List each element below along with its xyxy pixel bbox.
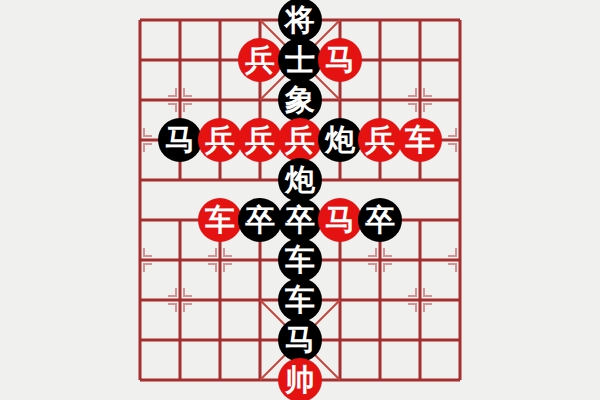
- piece-red-e4[interactable]: 兵: [278, 118, 322, 162]
- black-horse-glyph: 马: [165, 118, 195, 162]
- black-elephant-glyph: 象: [285, 78, 315, 122]
- xiangqi-board: 将兵士马象马兵兵兵炮兵车炮车卒卒马卒车车马帅: [0, 0, 600, 400]
- piece-black-e9[interactable]: 马: [278, 318, 322, 362]
- black-soldier-glyph: 卒: [245, 198, 275, 242]
- piece-red-g4[interactable]: 兵: [358, 118, 402, 162]
- red-soldier-glyph: 兵: [245, 38, 275, 82]
- red-soldier-glyph: 兵: [205, 118, 235, 162]
- black-cannon-glyph: 炮: [325, 118, 355, 162]
- piece-black-e8[interactable]: 车: [278, 278, 322, 322]
- piece-black-e1[interactable]: 将: [278, 0, 322, 42]
- black-advisor-glyph: 士: [285, 38, 315, 82]
- piece-black-e6[interactable]: 卒: [278, 198, 322, 242]
- piece-black-e2[interactable]: 士: [278, 38, 322, 82]
- piece-red-c6[interactable]: 车: [198, 198, 242, 242]
- red-horse-glyph: 马: [325, 198, 355, 242]
- red-horse-glyph: 马: [325, 38, 355, 82]
- piece-red-d2[interactable]: 兵: [238, 38, 282, 82]
- red-general-glyph: 帅: [285, 358, 315, 400]
- black-chariot-glyph: 车: [285, 278, 315, 322]
- red-chariot-glyph: 车: [205, 198, 235, 242]
- piece-red-e10[interactable]: 帅: [278, 358, 322, 400]
- piece-black-e3[interactable]: 象: [278, 78, 322, 122]
- piece-red-f2[interactable]: 马: [318, 38, 362, 82]
- black-horse-glyph: 马: [285, 318, 315, 362]
- piece-black-e5[interactable]: 炮: [278, 158, 322, 202]
- piece-black-d6[interactable]: 卒: [238, 198, 282, 242]
- red-chariot-glyph: 车: [405, 118, 435, 162]
- red-soldier-glyph: 兵: [245, 118, 275, 162]
- black-general-glyph: 将: [285, 0, 315, 42]
- piece-black-b4[interactable]: 马: [158, 118, 202, 162]
- piece-red-c4[interactable]: 兵: [198, 118, 242, 162]
- black-chariot-glyph: 车: [285, 238, 315, 282]
- piece-red-f6[interactable]: 马: [318, 198, 362, 242]
- black-soldier-glyph: 卒: [365, 198, 395, 242]
- piece-black-f4[interactable]: 炮: [318, 118, 362, 162]
- black-cannon-glyph: 炮: [285, 158, 315, 202]
- piece-black-e7[interactable]: 车: [278, 238, 322, 282]
- black-soldier-glyph: 卒: [285, 198, 315, 242]
- piece-red-d4[interactable]: 兵: [238, 118, 282, 162]
- piece-red-h4[interactable]: 车: [398, 118, 442, 162]
- red-soldier-glyph: 兵: [365, 118, 395, 162]
- piece-black-g6[interactable]: 卒: [358, 198, 402, 242]
- red-soldier-glyph: 兵: [285, 118, 315, 162]
